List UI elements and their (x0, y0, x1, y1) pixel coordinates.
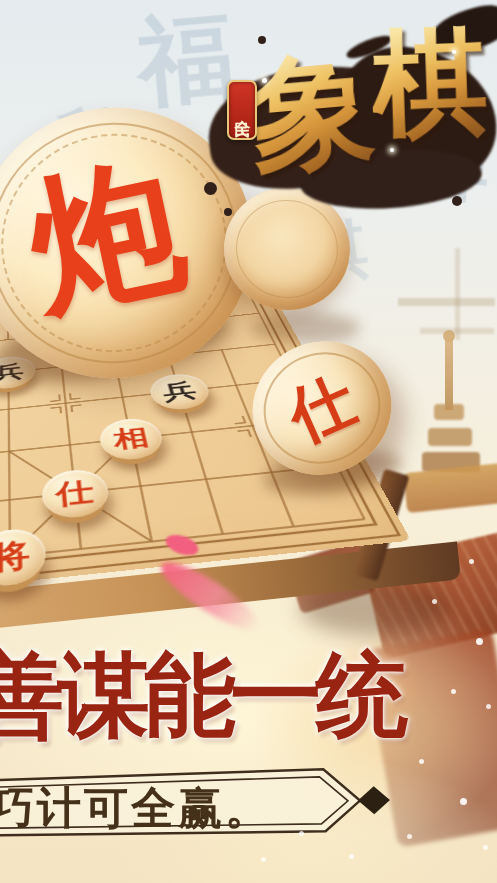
pagoda-tier (428, 428, 472, 446)
pagoda-tier (434, 404, 464, 420)
ink-splatter-dot (452, 196, 462, 206)
splash-screen: { "game": "xiangqi", "app": { "badge_lab… (0, 0, 497, 883)
sparkle (262, 78, 267, 83)
pagoda-spire (443, 330, 455, 342)
piece-ring-ornament (228, 192, 345, 306)
title-badge-label: 全民 (232, 107, 253, 113)
temple-sketch (420, 328, 494, 334)
board-piece-glyph: 兵 (160, 380, 199, 403)
slogan-subline: 巧计可全赢。 (0, 779, 272, 838)
ink-splatter-dot (204, 182, 217, 195)
game-title-char-qi: 棋 (370, 24, 490, 144)
slogan-headline: 善谋能一统 (0, 648, 402, 745)
ink-splatter-dot (258, 36, 266, 44)
temple-sketch (398, 298, 495, 306)
sparkle (390, 148, 394, 152)
board-piece-glyph: 仕 (55, 478, 96, 509)
pagoda-spire (445, 338, 453, 410)
pagoda-tier (422, 452, 480, 472)
sparkle (452, 50, 456, 54)
ink-splatter-dot (224, 208, 232, 216)
temple-roof (403, 463, 497, 513)
title-badge: 全民 (227, 80, 257, 140)
game-title-char-xiang: 象 (245, 47, 379, 181)
snow-sparkles (0, 0, 3, 3)
banner-end-diamond (358, 786, 391, 815)
board-piece-glyph: 相 (111, 425, 151, 452)
temple-sketch (455, 248, 460, 340)
back-piece-shadow (250, 312, 360, 344)
board-piece-glyph: 将 (0, 539, 31, 575)
